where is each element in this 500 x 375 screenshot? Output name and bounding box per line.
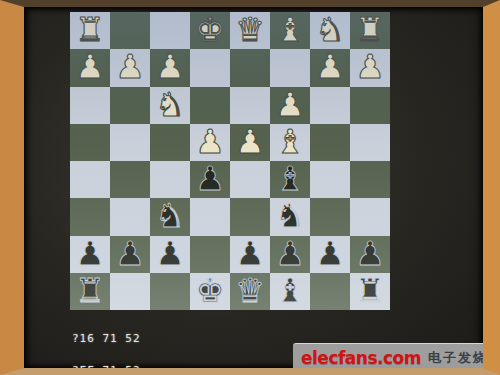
square-d8[interactable]: ♛ [230,273,270,310]
white-pawn: ♟ [115,50,145,83]
watermark: elecfans.com 电子发烧友 [293,343,499,371]
black-knight: ♞ [275,199,305,232]
square-c3[interactable]: ♟ [270,87,310,124]
square-h3[interactable] [70,87,110,124]
square-h4[interactable] [70,124,110,161]
black-rook: ♜ [355,274,385,307]
square-g3[interactable] [110,87,150,124]
square-f4[interactable] [150,124,190,161]
black-pawn: ♟ [195,162,225,195]
black-queen: ♛ [235,274,265,307]
square-d4[interactable]: ♟ [230,124,270,161]
square-d3[interactable] [230,87,270,124]
square-f3[interactable]: ♞ [150,87,190,124]
white-rook: ♜ [355,13,385,46]
square-g6[interactable] [110,198,150,235]
square-d6[interactable] [230,198,270,235]
square-a2[interactable]: ♟ [350,49,390,86]
square-a4[interactable] [350,124,390,161]
square-g8[interactable] [110,273,150,310]
black-rook: ♜ [75,274,105,307]
square-f8[interactable] [150,273,190,310]
white-pawn: ♟ [75,50,105,83]
square-d5[interactable] [230,161,270,198]
square-e4[interactable]: ♟ [190,124,230,161]
console-line: ?16 71 52 [72,334,141,345]
square-e2[interactable] [190,49,230,86]
watermark-chinese-text: 电子发烧友 [428,349,500,367]
square-d7[interactable]: ♟ [230,236,270,273]
chess-board: ♜♚♛♝♞♜♟♟♟♟♟♞♟♟♟♝♟♝♞♞♟♟♟♟♟♟♟♜♚♛♝♜ [70,12,390,310]
square-b3[interactable] [310,87,350,124]
black-knight: ♞ [155,199,185,232]
black-pawn: ♟ [75,237,105,270]
square-d2[interactable] [230,49,270,86]
square-c6[interactable]: ♞ [270,198,310,235]
black-pawn: ♟ [315,237,345,270]
console-text: ?FF 71 52 [72,364,141,375]
square-a1[interactable]: ♜ [350,12,390,49]
black-bishop: ♝ [275,274,305,307]
white-king: ♚ [195,13,225,46]
debug-console: ?16 71 52 ?FF 71 52 ?0E 14 34 ? [72,313,141,375]
square-c4[interactable]: ♝ [270,124,310,161]
monitor: ♜♚♛♝♞♜♟♟♟♟♟♞♟♟♟♝♟♝♞♞♟♟♟♟♟♟♟♜♚♛♝♜ ?16 71 … [0,0,500,375]
square-a7[interactable]: ♟ [350,236,390,273]
square-a5[interactable] [350,161,390,198]
square-b5[interactable] [310,161,350,198]
square-h5[interactable] [70,161,110,198]
square-b4[interactable] [310,124,350,161]
square-b6[interactable] [310,198,350,235]
white-queen: ♛ [235,13,265,46]
square-g7[interactable]: ♟ [110,236,150,273]
square-g2[interactable]: ♟ [110,49,150,86]
black-king: ♚ [195,274,225,307]
square-c8[interactable]: ♝ [270,273,310,310]
square-c2[interactable] [270,49,310,86]
square-b1[interactable]: ♞ [310,12,350,49]
square-f5[interactable] [150,161,190,198]
square-g5[interactable] [110,161,150,198]
square-c7[interactable]: ♟ [270,236,310,273]
square-h7[interactable]: ♟ [70,236,110,273]
console-text: ?16 71 52 [72,332,141,345]
square-f2[interactable]: ♟ [150,49,190,86]
watermark-brand: elecfans.com [301,348,421,368]
square-e3[interactable] [190,87,230,124]
square-e1[interactable]: ♚ [190,12,230,49]
square-e6[interactable] [190,198,230,235]
black-pawn: ♟ [355,237,385,270]
square-c1[interactable]: ♝ [270,12,310,49]
square-h6[interactable] [70,198,110,235]
console-line: ?FF 71 52 [72,366,141,375]
white-pawn: ♟ [195,125,225,158]
white-bishop: ♝ [275,13,305,46]
square-h1[interactable]: ♜ [70,12,110,49]
white-pawn: ♟ [235,125,265,158]
square-a3[interactable] [350,87,390,124]
square-b2[interactable]: ♟ [310,49,350,86]
square-f7[interactable]: ♟ [150,236,190,273]
square-f1[interactable] [150,12,190,49]
square-b8[interactable] [310,273,350,310]
black-pawn: ♟ [115,237,145,270]
white-pawn: ♟ [155,50,185,83]
white-pawn: ♟ [355,50,385,83]
square-f6[interactable]: ♞ [150,198,190,235]
white-knight: ♞ [155,88,185,121]
white-knight: ♞ [315,13,345,46]
square-e7[interactable] [190,236,230,273]
square-a6[interactable] [350,198,390,235]
square-e8[interactable]: ♚ [190,273,230,310]
black-bishop: ♝ [275,162,305,195]
black-pawn: ♟ [275,237,305,270]
square-c5[interactable]: ♝ [270,161,310,198]
square-b7[interactable]: ♟ [310,236,350,273]
square-g1[interactable] [110,12,150,49]
square-h2[interactable]: ♟ [70,49,110,86]
black-pawn: ♟ [235,237,265,270]
white-bishop: ♝ [275,125,305,158]
square-g4[interactable] [110,124,150,161]
white-pawn: ♟ [315,50,345,83]
square-e5[interactable]: ♟ [190,161,230,198]
white-rook: ♜ [75,13,105,46]
square-a8[interactable]: ♜ [350,273,390,310]
square-d1[interactable]: ♛ [230,12,270,49]
square-h8[interactable]: ♜ [70,273,110,310]
white-pawn: ♟ [275,88,305,121]
black-pawn: ♟ [155,237,185,270]
